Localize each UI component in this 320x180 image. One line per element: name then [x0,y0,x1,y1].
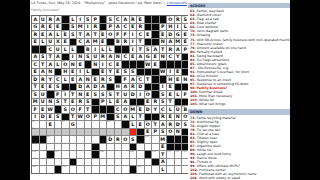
grid-cell[interactable]: C [137,31,144,38]
crossword-grid[interactable]: 1A2U3R4A5L6I7S8P9S10C11A12R13E14O15R16S1… [31,15,190,174]
grid-cell[interactable]: 43N [92,61,99,68]
grid-cell[interactable]: E [40,31,47,38]
grid-cell[interactable]: O [167,129,174,136]
grid-cell[interactable] [70,129,77,136]
grid-cell[interactable] [115,159,122,166]
grid-cell[interactable]: S [55,99,62,106]
grid-cell[interactable]: 110 [152,151,159,158]
grid-cell[interactable] [100,159,107,166]
grid-cell[interactable]: A [122,99,129,106]
grid-cell[interactable]: S [92,91,99,98]
grid-cell[interactable]: S [85,54,92,61]
grid-cell[interactable]: E [145,31,152,38]
grid-cell[interactable]: D [137,84,144,91]
grid-cell[interactable]: A [122,84,129,91]
grid-cell[interactable] [85,129,92,136]
grid-cell[interactable]: A [115,24,122,31]
grid-cell[interactable]: 47L [85,69,92,76]
grid-cell[interactable] [122,166,129,173]
grid-cell[interactable]: L [160,166,167,173]
grid-cell[interactable]: I [77,69,84,76]
grid-cell[interactable]: E [85,91,92,98]
grid-cell[interactable]: Y [152,106,159,113]
grid-cell[interactable]: M [92,39,99,46]
grid-cell[interactable]: U [40,91,47,98]
grid-cell[interactable] [62,151,69,158]
grid-cell[interactable]: C [167,54,174,61]
grid-cell[interactable]: I [137,91,144,98]
grid-cell[interactable]: I [85,24,92,31]
grid-cell[interactable]: S [160,129,167,136]
grid-cell[interactable]: 2U [40,16,47,23]
grid-cell[interactable]: 8P [92,16,99,23]
cell-number: 20 [160,23,163,25]
grid-cell[interactable]: O [107,31,114,38]
grid-cell[interactable]: 57F [122,76,129,83]
grid-cell[interactable]: A [130,76,137,83]
grid-cell[interactable] [70,151,77,158]
grid-cell[interactable]: A [122,114,129,121]
clue-item[interactable]: 105. What rain brings [188,102,290,106]
grid-cell[interactable]: 108 [100,151,107,158]
grid-cell[interactable]: 75R [152,99,159,106]
grid-cell[interactable]: E [47,84,54,91]
grid-cell[interactable]: 62H [115,84,122,91]
grid-cell[interactable]: 38I [70,54,77,61]
grid-cell[interactable]: 50S [130,69,137,76]
grid-cell[interactable] [77,121,84,128]
grid-cell[interactable] [40,121,47,128]
grid-cell[interactable]: 101 [145,136,152,143]
grid-cell[interactable]: 88S [115,114,122,121]
grid-cell[interactable]: S [70,31,77,38]
grid-cell[interactable]: 79M [130,106,137,113]
grid-cell[interactable]: 74E [145,99,152,106]
grid-cell[interactable]: 80E [137,106,144,113]
grid-cell[interactable]: 103 [40,144,47,151]
grid-cell[interactable]: T [47,54,54,61]
grid-cell[interactable]: E [47,121,54,128]
grid-cell[interactable]: 96 [32,129,39,136]
grid-cell[interactable]: 33I [130,46,137,53]
grid-cell[interactable]: 109 [130,151,137,158]
grid-cell[interactable]: 68S [107,91,114,98]
grid-cell[interactable]: 51W [160,69,167,76]
grid-cell[interactable] [167,166,174,173]
grid-cell[interactable] [85,121,92,128]
grid-cell[interactable]: 27B [115,39,122,46]
grid-cell[interactable] [47,166,54,173]
grid-cell[interactable]: 53E [175,69,182,76]
grid-cell[interactable] [122,159,129,166]
grid-cell[interactable]: M [160,136,167,143]
grid-cell[interactable]: S [107,76,114,83]
grid-cell[interactable]: U [122,91,129,98]
grid-cell[interactable]: E [137,121,144,128]
grid-cell[interactable]: 73P [100,99,107,106]
grid-cell[interactable] [40,159,47,166]
cell-letter: O [123,107,127,113]
grid-cell[interactable]: 32L [107,46,114,53]
cursor-cell[interactable] [130,129,137,136]
grid-cell[interactable]: A [85,84,92,91]
grid-cell[interactable] [70,136,77,143]
grid-cell[interactable]: A [55,54,62,61]
grid-cell[interactable]: S [130,136,137,143]
grid-cell[interactable] [85,151,92,158]
grid-cell[interactable]: S [85,99,92,106]
grid-cell[interactable] [152,136,159,143]
grid-cell[interactable]: D [145,106,152,113]
grid-cell[interactable]: 15R [175,16,182,23]
grid-cell[interactable]: D [167,31,174,38]
grid-cell[interactable] [175,166,182,173]
grid-cell[interactable]: W [77,114,84,121]
grid-cell[interactable]: I [92,46,99,53]
grid-cell[interactable]: E [62,39,69,46]
grid-cell[interactable]: E [167,84,174,91]
grid-cell[interactable]: 22E [62,31,69,38]
grid-cell[interactable]: E [130,54,137,61]
grid-cell[interactable]: A [107,54,114,61]
grid-cell[interactable]: 107 [55,151,62,158]
grid-cell[interactable]: O [85,114,92,121]
grid-cell[interactable]: E [47,24,54,31]
grid-cell[interactable]: 55C [55,76,62,83]
grid-cell[interactable] [107,166,114,173]
grid-cell[interactable] [115,144,122,151]
grid-cell[interactable] [122,151,129,158]
grid-cell[interactable]: R [40,24,47,31]
grid-cell[interactable]: 61D [77,84,84,91]
grid-cell[interactable]: T [137,46,144,53]
grid-cell[interactable]: E [40,84,47,91]
grid-cell[interactable]: Y [107,69,114,76]
grid-cell[interactable]: 91 [62,121,69,128]
grid-cell[interactable]: 23E [100,31,107,38]
grid-cell[interactable] [92,129,99,136]
grid-cell[interactable]: E [130,24,137,31]
grid-cell[interactable]: E [175,76,182,83]
grid-cell[interactable]: 28N [160,39,167,46]
grid-cell[interactable] [92,136,99,143]
grid-cell[interactable]: A [175,46,182,53]
grid-cell[interactable]: L [167,106,174,113]
grid-cell[interactable]: 84S [55,114,62,121]
grid-cell[interactable]: 111 [167,151,174,158]
grid-cell[interactable] [167,159,174,166]
grid-cell[interactable]: 122 [137,166,144,173]
grid-cell[interactable] [115,151,122,158]
grid-cell[interactable]: I [130,31,137,38]
grid-cell[interactable]: A [40,69,47,76]
grid-cell[interactable]: 39N [77,54,84,61]
grid-cell[interactable]: 112 [175,151,182,158]
grid-cell[interactable]: 25E [32,39,39,46]
grid-cell[interactable]: 44W [145,61,152,68]
grid-cell[interactable] [145,166,152,173]
grid-cell[interactable]: 119A [160,159,167,166]
grid-cell[interactable] [92,166,99,173]
grid-cell[interactable]: A [47,61,54,68]
grid-cell[interactable]: L [107,99,114,106]
grid-cell[interactable]: F [122,31,129,38]
grid-cell[interactable]: R [100,54,107,61]
grid-cell[interactable]: L [175,91,182,98]
grid-cell[interactable]: E [167,91,174,98]
grid-cell[interactable]: E [70,76,77,83]
grid-cell[interactable]: T [137,114,144,121]
cell-number: 115 [47,158,51,160]
grid-cell[interactable] [77,136,84,143]
grid-cell[interactable]: O [122,136,129,143]
grid-cell[interactable]: R [137,24,144,31]
grid-cell[interactable]: 13E [137,16,144,23]
grid-cell[interactable]: M [175,39,182,46]
grid-cell[interactable]: C [122,54,129,61]
grid-cell[interactable]: 35A [152,46,159,53]
grid-cell[interactable]: 66I [62,91,69,98]
grid-cell[interactable]: E [115,69,122,76]
grid-cell[interactable] [77,129,84,136]
grid-cell[interactable]: N [160,54,167,61]
grid-cell[interactable] [107,151,114,158]
grid-cell[interactable] [107,159,114,166]
grid-cell[interactable]: E [100,39,107,46]
grid-cell[interactable]: 100D [107,136,114,143]
grid-cell[interactable]: G [70,121,77,128]
grid-cell[interactable]: 121 [62,166,69,173]
grid-cell[interactable] [100,121,107,128]
grid-cell[interactable]: 18S [70,24,77,31]
grid-cell[interactable] [100,166,107,173]
grid-cell[interactable]: A [160,121,167,128]
grid-cell[interactable]: L [100,46,107,53]
grid-cell[interactable]: 6I [77,16,84,23]
grid-cell[interactable] [122,144,129,151]
grid-cell[interactable]: U [55,46,62,53]
grid-cell[interactable]: 72N [47,99,54,106]
grid-cell[interactable]: E [70,69,77,76]
grid-cell[interactable]: 120 [32,166,39,173]
grid-cell[interactable]: R [167,121,174,128]
grid-cell[interactable]: G [175,31,182,38]
grid-cell[interactable]: 95T [152,121,159,128]
grid-cell[interactable]: 93L [130,121,137,128]
grid-cell[interactable] [115,121,122,128]
grid-cell[interactable]: 86P [92,114,99,121]
grid-cell[interactable]: I [175,24,182,31]
grid-cell[interactable] [40,151,47,158]
grid-cell[interactable] [62,144,69,151]
grid-cell[interactable]: T [137,39,144,46]
grid-cell[interactable]: E [152,61,159,68]
grid-cell[interactable]: 105 [137,144,144,151]
grid-cell[interactable] [115,129,122,136]
grid-cell[interactable]: A [47,31,54,38]
grid-cell[interactable] [107,144,114,151]
grid-cell[interactable]: L [55,31,62,38]
grid-cell[interactable]: N [175,114,182,121]
grid-cell[interactable] [77,144,84,151]
grid-cell[interactable]: E [160,144,167,151]
grid-cell[interactable]: M [77,24,84,31]
grid-cell[interactable]: D [92,84,99,91]
grid-cell[interactable] [115,166,122,173]
grid-cell[interactable]: N [47,69,54,76]
grid-cell[interactable]: 10C [115,16,122,23]
grid-cell[interactable] [175,159,182,166]
grid-cell[interactable]: 118 [145,159,152,166]
grid-cell[interactable]: R [130,84,137,91]
grid-cell[interactable] [152,166,159,173]
grid-cell[interactable] [137,151,144,158]
grid-cell[interactable]: E [115,61,122,68]
grid-cell[interactable]: 99 [47,136,54,143]
grid-cell[interactable]: F [77,106,84,113]
grid-cell[interactable]: 58C [137,76,144,83]
grid-cell[interactable]: X [55,39,62,46]
grid-cell[interactable] [92,121,99,128]
grid-cell[interactable]: 31B [85,46,92,53]
grid-cell[interactable]: 92 [107,121,114,128]
grid-cell[interactable]: 19P [107,24,114,31]
grid-cell[interactable]: T [85,106,92,113]
grid-cell[interactable]: 40N [115,54,122,61]
grid-cell[interactable]: 67T [70,91,77,98]
grid-cell[interactable] [40,166,47,173]
grid-cell[interactable]: 48E [100,69,107,76]
grid-cell[interactable]: Y [175,54,182,61]
grid-cell[interactable] [62,129,69,136]
grid-cell[interactable]: 56E [92,76,99,83]
grid-cell[interactable]: L [62,76,69,83]
grid-cell[interactable]: 3R [47,16,54,23]
header-link[interactable]: crosswordfiend.com [167,1,187,5]
grid-cell[interactable]: N [77,91,84,98]
grid-cell[interactable]: R [100,76,107,83]
grid-cell[interactable]: A [137,54,144,61]
grid-cell[interactable]: T [92,31,99,38]
grid-cell[interactable] [70,144,77,151]
grid-cell[interactable]: N [85,76,92,83]
grid-cell[interactable]: 115 [47,159,54,166]
grid-cell[interactable]: E [47,114,54,121]
grid-cell[interactable] [85,136,92,143]
grid-cell[interactable]: 87M [100,114,107,121]
grid-cell[interactable]: R [115,136,122,143]
grid-cell[interactable]: C [107,61,114,68]
grid-cell[interactable]: L [40,39,47,46]
cell-letter: R [48,17,52,23]
grid-cell[interactable]: A [167,39,174,46]
grid-cell[interactable] [145,144,152,151]
grid-cell[interactable] [55,129,62,136]
grid-cell[interactable]: 116 [77,159,84,166]
grid-cell[interactable]: N [70,61,77,68]
grid-cell[interactable]: 85T [70,114,77,121]
grid-cell[interactable]: 7S [85,16,92,23]
grid-cell[interactable]: 59H [167,76,174,83]
grid-cell[interactable] [85,144,92,151]
grid-cell[interactable]: R [40,76,47,83]
grid-cell[interactable]: 4A [55,16,62,23]
grid-cell[interactable]: T [160,46,167,53]
grid-cell[interactable] [77,166,84,173]
grid-cell[interactable]: 97 [122,129,129,136]
grid-cell[interactable]: Y [47,76,54,83]
grid-cell[interactable]: D [130,91,137,98]
grid-cell[interactable]: 37S [40,54,47,61]
grid-cell[interactable]: 29C [47,46,54,53]
grid-cell[interactable]: A [85,31,92,38]
grid-cell[interactable]: T [115,91,122,98]
grid-cell[interactable]: H [167,24,174,31]
grid-cell[interactable]: D [40,114,47,121]
grid-cell[interactable]: 70S [160,91,167,98]
grid-cell[interactable]: P [152,129,159,136]
grid-cell[interactable]: A [100,84,107,91]
grid-cell[interactable]: W [47,106,54,113]
grid-cell[interactable]: T [167,99,174,106]
grid-cell[interactable]: 26C [77,39,84,46]
grid-cell[interactable]: E [70,99,77,106]
grid-cell[interactable] [85,159,92,166]
grid-cell[interactable] [85,166,92,173]
grid-cell[interactable] [62,136,69,143]
grid-cell[interactable]: E [167,114,174,121]
grid-cell[interactable]: E [77,61,84,68]
grid-cell[interactable] [55,121,62,128]
grid-cell[interactable]: 11A [122,16,129,23]
grid-cell[interactable]: D [175,121,182,128]
grid-cell[interactable]: S [160,99,167,106]
grid-cell[interactable]: 89R [160,114,167,121]
grid-cell[interactable]: 46H [62,69,69,76]
grid-cell[interactable]: N [175,129,182,136]
grid-cell[interactable]: 77S [62,106,69,113]
grid-cell[interactable] [55,136,62,143]
grid-cell[interactable] [47,144,54,151]
grid-cell[interactable]: L [62,46,69,53]
grid-cell[interactable]: 65F [55,91,62,98]
grid-cell[interactable]: C [122,24,129,31]
grid-cell[interactable]: R [77,99,84,106]
grid-cell[interactable]: 117 [92,159,99,166]
grid-cell[interactable] [130,159,137,166]
grid-cell[interactable]: E [152,54,159,61]
grid-cell[interactable]: T [40,61,47,68]
grid-cell[interactable]: 14O [167,16,174,23]
grid-cell[interactable] [40,129,47,136]
grid-cell[interactable] [55,159,62,166]
grid-cell[interactable] [100,129,107,136]
grid-cell[interactable]: R [167,46,174,53]
grid-cell[interactable]: L [55,61,62,68]
grid-cell[interactable]: 12R [130,16,137,23]
grid-cell[interactable] [70,166,77,173]
grid-cell[interactable]: R [92,24,99,31]
grid-cell[interactable]: U [40,99,47,106]
cell-number: 15 [175,16,178,18]
grid-cell[interactable]: R [122,39,129,46]
grid-cell[interactable]: 34S [145,46,152,53]
grid-cell[interactable]: T [145,76,152,83]
grid-cell[interactable]: 81U [175,106,182,113]
grid-cell[interactable]: E [40,106,47,113]
grid-cell[interactable]: E [55,24,62,31]
grid-cell[interactable]: O [122,106,129,113]
